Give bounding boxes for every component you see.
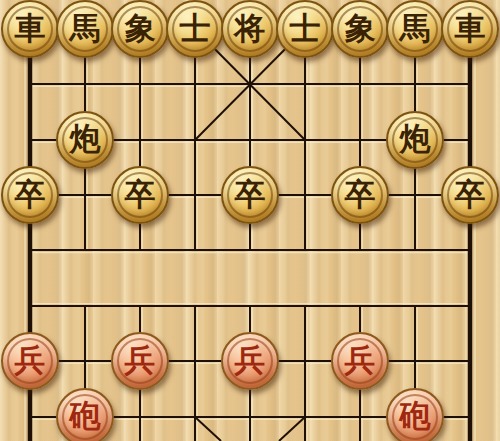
piece-glyph: 士 [180,13,211,44]
piece-black-soldier[interactable]: 卒 [111,166,169,224]
board-pieces: 車馬象士将士象馬車炮炮卒卒卒卒卒兵兵兵兵砲砲 [3,1,498,441]
piece-glyph: 卒 [235,179,266,210]
piece-glyph: 馬 [400,13,431,44]
piece-glyph: 象 [345,13,376,44]
piece-glyph: 車 [15,13,46,44]
piece-glyph: 炮 [70,123,101,154]
piece-black-horse[interactable]: 馬 [386,0,444,58]
piece-red-soldier[interactable]: 兵 [1,332,59,390]
piece-glyph: 砲 [400,400,431,431]
piece-glyph: 卒 [15,179,46,210]
piece-black-general[interactable]: 将 [221,0,279,58]
piece-glyph: 車 [455,13,486,44]
piece-red-cannon[interactable]: 砲 [56,388,114,441]
piece-glyph: 卒 [455,179,486,210]
piece-black-advisor[interactable]: 士 [166,0,224,58]
piece-glyph: 士 [290,13,321,44]
piece-black-soldier[interactable]: 卒 [221,166,279,224]
piece-red-soldier[interactable]: 兵 [111,332,169,390]
piece-black-advisor[interactable]: 士 [276,0,334,58]
piece-red-soldier[interactable]: 兵 [331,332,389,390]
piece-black-soldier[interactable]: 卒 [1,166,59,224]
piece-glyph: 将 [235,13,266,44]
piece-black-chariot[interactable]: 車 [441,0,499,58]
piece-glyph: 兵 [235,345,266,376]
piece-black-cannon[interactable]: 炮 [56,111,114,169]
piece-black-soldier[interactable]: 卒 [331,166,389,224]
piece-glyph: 卒 [125,179,156,210]
piece-black-horse[interactable]: 馬 [56,0,114,58]
xiangqi-board: 車馬象士将士象馬車炮炮卒卒卒卒卒兵兵兵兵砲砲 [0,0,500,441]
piece-red-soldier[interactable]: 兵 [221,332,279,390]
piece-red-cannon[interactable]: 砲 [386,388,444,441]
piece-black-elephant[interactable]: 象 [331,0,389,58]
piece-glyph: 象 [125,13,156,44]
piece-glyph: 兵 [345,345,376,376]
piece-glyph: 兵 [15,345,46,376]
piece-black-elephant[interactable]: 象 [111,0,169,58]
piece-glyph: 兵 [125,345,156,376]
piece-black-cannon[interactable]: 炮 [386,111,444,169]
piece-glyph: 馬 [70,13,101,44]
piece-black-chariot[interactable]: 車 [1,0,59,58]
piece-glyph: 砲 [70,400,101,431]
piece-glyph: 炮 [400,123,431,154]
piece-glyph: 卒 [345,179,376,210]
piece-black-soldier[interactable]: 卒 [441,166,499,224]
